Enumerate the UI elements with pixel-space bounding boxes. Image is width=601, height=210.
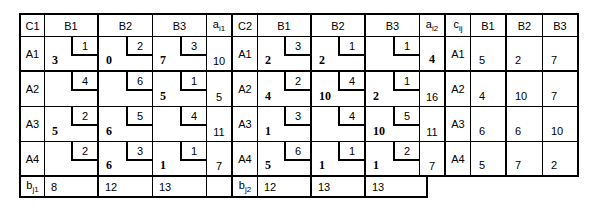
supply-header-ai2: ai2 [420, 15, 446, 37]
cost-value: 5 [137, 110, 143, 122]
demand-value-b3: 13 [153, 177, 207, 198]
demand-value-b2: 12 [99, 177, 153, 198]
cost-value: 2 [82, 110, 88, 122]
cell-c1-a3-b2: 56 [99, 107, 153, 142]
table-c2: C2 B1 B2 B3 ai2 A1 32 12 1 4 A2 24 410 1… [233, 13, 446, 198]
supply-value: 7 [420, 160, 444, 172]
cost-box: 5 [126, 107, 152, 126]
cost-value: 10 [551, 125, 563, 137]
row-a3: A3 25 56 4 11 [21, 107, 233, 142]
col-header-b3: B3 [153, 15, 207, 37]
col-label: B1 [481, 20, 494, 32]
cost-value: 3 [191, 40, 197, 52]
cost-cell-a1-b3: 7 [543, 37, 579, 72]
cost-value: 6 [515, 125, 521, 137]
cost-cell-a3-b1: 6 [471, 107, 507, 142]
cost-value: 7 [551, 90, 557, 102]
cost-value: 4 [479, 90, 485, 102]
cost-value: 4 [191, 110, 197, 122]
cost-box: 3 [180, 37, 206, 56]
supply-header-label: ai2 [426, 18, 438, 33]
corner-label: C2 [238, 20, 252, 32]
corner-header-c2: C2 [233, 15, 258, 37]
row-label-a2: A2 [21, 72, 45, 107]
cell-c2-a2-b3: 12 [366, 72, 420, 107]
demand-value-b2: 13 [312, 177, 366, 198]
cost-box: 1 [180, 142, 206, 161]
row-a2: A2 4 6 15 5 [21, 72, 233, 107]
allocation-value: 7 [160, 53, 166, 68]
cost-box: 6 [284, 142, 310, 161]
allocation-value: 2 [265, 53, 271, 68]
cost-value: 1 [349, 145, 355, 157]
row-label-a4: A4 [446, 142, 471, 177]
allocation-value: 0 [106, 53, 112, 68]
header-row: C2 B1 B2 B3 ai2 [233, 15, 446, 37]
col-header-b1: B1 [258, 15, 312, 37]
cost-value: 1 [191, 75, 197, 87]
cost-value: 1 [349, 40, 355, 52]
demand-value-b1: 12 [258, 177, 312, 198]
cell-c2-a1-b1: 32 [258, 37, 312, 72]
col-label: B3 [553, 20, 566, 32]
cell-c1-a2-b3: 15 [153, 72, 207, 107]
row-label-a1: A1 [233, 37, 258, 72]
row-label-a4: A4 [233, 142, 258, 177]
cost-value: 2 [137, 40, 143, 52]
cost-cell-a4-b3: 2 [543, 142, 579, 177]
cell-c2-a1-b3: 1 [366, 37, 420, 72]
cost-value: 2 [404, 145, 410, 157]
col-header-b1: B1 [471, 15, 507, 37]
supply-header-ai1: ai1 [207, 15, 233, 37]
cost-value: 2 [82, 145, 88, 157]
row-label-a2: A2 [446, 72, 471, 107]
cell-c1-a3-b1: 25 [45, 107, 99, 142]
supply-cell-a4: 7 [207, 142, 233, 177]
cost-cell-a3-b3: 10 [543, 107, 579, 142]
cost-box: 5 [393, 107, 419, 126]
supply-cell-a1: 10 [207, 37, 233, 72]
cost-value: 2 [515, 54, 521, 66]
cell-c1-a4-b1: 2 [45, 142, 99, 177]
supply-value: 5 [207, 91, 231, 103]
demand-value-b1: 8 [45, 177, 99, 198]
allocation-value: 3 [52, 53, 58, 68]
cost-value: 1 [404, 75, 410, 87]
cell-c2-a2-b2: 410 [312, 72, 366, 107]
cell-c2-a4-b2: 11 [312, 142, 366, 177]
supply-value: 7 [207, 160, 231, 172]
col-header-b3: B3 [543, 15, 579, 37]
row-a1: A1 13 20 37 10 [21, 37, 233, 72]
col-header-b2: B2 [507, 15, 543, 37]
allocation-value: 5 [265, 158, 271, 173]
row-label-a3: A3 [446, 107, 471, 142]
allocation-value: 1 [265, 124, 271, 139]
cost-box: 1 [338, 37, 364, 56]
supply-cell-a4: 7 [420, 142, 446, 177]
row-a1: A1 32 12 1 4 [233, 37, 446, 72]
row-label-a1: A1 [21, 37, 45, 72]
cost-value: 1 [82, 40, 88, 52]
row-label-a3: A3 [21, 107, 45, 142]
header-row: C1 B1 B2 B3 ai1 [21, 15, 233, 37]
row-a2: A2 24 410 12 16 [233, 72, 446, 107]
cell-c2-a3-b3: 510 [366, 107, 420, 142]
cost-box: 1 [338, 142, 364, 161]
cost-value: 4 [349, 110, 355, 122]
cost-value: 1 [404, 40, 410, 52]
demand-header-label: bj1 [26, 179, 38, 194]
col-label: B1 [277, 20, 290, 32]
cost-box: 2 [284, 72, 310, 91]
cell-c2-a3-b2: 4 [312, 107, 366, 142]
allocation-value: 1 [373, 158, 379, 173]
transportation-tableau: C1 B1 B2 B3 ai1 A1 13 20 37 10 A2 4 6 15… [19, 13, 601, 198]
supply-cell-a3: 11 [207, 107, 233, 142]
table-cij: cij B1 B2 B3 A1 5 2 7 A2 4 10 7 A3 6 6 1… [446, 13, 579, 177]
cost-value: 6 [479, 125, 485, 137]
table-c1: C1 B1 B2 B3 ai1 A1 13 20 37 10 A2 4 6 15… [19, 13, 233, 198]
demand-value-b3: 13 [366, 177, 428, 198]
demand-header-bj1: bj1 [21, 177, 45, 198]
cost-box: 3 [284, 107, 310, 126]
demand-row-bj2: bj2 12 13 13 [233, 177, 446, 198]
cost-value: 4 [349, 75, 355, 87]
allocation-value: 2 [319, 53, 325, 68]
corner-header-c1: C1 [21, 15, 45, 37]
supply-cell-a1: 4 [420, 37, 446, 72]
col-label: B3 [173, 20, 186, 32]
col-header-b2: B2 [312, 15, 366, 37]
cost-box: 4 [71, 72, 97, 91]
col-label: B2 [119, 20, 132, 32]
allocation-value: 5 [160, 89, 166, 104]
allocation-value: 4 [265, 89, 271, 104]
header-row: cij B1 B2 B3 [446, 15, 579, 37]
col-label: B2 [518, 20, 531, 32]
cost-box: 2 [71, 142, 97, 161]
allocation-value: 10 [319, 89, 331, 104]
row-a3: A3 31 4 510 11 [233, 107, 446, 142]
corner-label: cij [453, 18, 462, 33]
allocation-value: 1 [319, 158, 325, 173]
cost-cell-a2-b2: 10 [507, 72, 543, 107]
cost-value: 2 [551, 159, 557, 171]
cell-c1-a2-b1: 4 [45, 72, 99, 107]
cost-value: 5 [479, 159, 485, 171]
row-a2: A2 4 10 7 [446, 72, 579, 107]
demand-row-bj1: bj1 8 12 13 [21, 177, 233, 198]
supply-value: 11 [420, 126, 444, 138]
cost-cell-a1-b2: 2 [507, 37, 543, 72]
supply-header-label: ai1 [213, 18, 225, 33]
supply-cell-a3: 11 [420, 107, 446, 142]
cell-c2-a3-b1: 31 [258, 107, 312, 142]
cell-c1-a3-b3: 4 [153, 107, 207, 142]
cell-c1-a1-b1: 13 [45, 37, 99, 72]
cost-box: 4 [180, 107, 206, 126]
cost-cell-a4-b1: 5 [471, 142, 507, 177]
col-header-b2: B2 [99, 15, 153, 37]
cell-c2-a2-b1: 24 [258, 72, 312, 107]
cost-box: 3 [126, 142, 152, 161]
cost-box: 2 [126, 37, 152, 56]
cost-value: 5 [479, 54, 485, 66]
cost-value: 3 [137, 145, 143, 157]
cost-box: 4 [338, 107, 364, 126]
allocation-value: 6 [106, 158, 112, 173]
row-a4: A4 2 36 11 7 [21, 142, 233, 177]
demand-header-label: bj2 [239, 179, 251, 194]
cost-value: 2 [295, 75, 301, 87]
col-header-b3: B3 [366, 15, 420, 37]
cost-box: 2 [71, 107, 97, 126]
row-a4: A4 5 7 2 [446, 142, 579, 177]
cost-value: 6 [137, 75, 143, 87]
cell-c1-a1-b3: 37 [153, 37, 207, 72]
cost-box: 1 [393, 37, 419, 56]
row-label-a2: A2 [233, 72, 258, 107]
col-label: B1 [64, 20, 77, 32]
row-a4: A4 65 11 21 7 [233, 142, 446, 177]
cost-box: 4 [338, 72, 364, 91]
cost-cell-a1-b1: 5 [471, 37, 507, 72]
supply-value: 10 [207, 55, 231, 67]
row-label-a4: A4 [21, 142, 45, 177]
cost-box: 1 [71, 37, 97, 56]
cost-box: 1 [393, 72, 419, 91]
allocation-value: 1 [160, 158, 166, 173]
empty-cell [207, 177, 233, 198]
cost-box: 1 [180, 72, 206, 91]
corner-label: C1 [25, 20, 39, 32]
col-label: B2 [331, 20, 344, 32]
supply-cell-a2: 16 [420, 72, 446, 107]
corner-header-cij: cij [446, 15, 471, 37]
allocation-value: 6 [106, 124, 112, 139]
col-header-b1: B1 [45, 15, 99, 37]
row-label-a3: A3 [233, 107, 258, 142]
cost-cell-a3-b2: 6 [507, 107, 543, 142]
cell-c1-a4-b2: 36 [99, 142, 153, 177]
cost-cell-a2-b1: 4 [471, 72, 507, 107]
col-label: B3 [386, 20, 399, 32]
cost-value: 4 [82, 75, 88, 87]
allocation-value: 2 [373, 89, 379, 104]
cost-value: 1 [191, 145, 197, 157]
cost-cell-a2-b3: 7 [543, 72, 579, 107]
cell-c2-a4-b3: 21 [366, 142, 420, 177]
demand-header-bj2: bj2 [233, 177, 258, 198]
cost-value: 7 [515, 159, 521, 171]
cost-box: 3 [284, 37, 310, 56]
cost-value: 7 [551, 54, 557, 66]
supply-value: 16 [420, 91, 444, 103]
cost-value: 6 [295, 145, 301, 157]
cell-c1-a2-b2: 6 [99, 72, 153, 107]
supply-value: 11 [207, 126, 231, 138]
cell-c1-a1-b2: 20 [99, 37, 153, 72]
cost-value: 3 [295, 110, 301, 122]
cost-value: 3 [295, 40, 301, 52]
row-a1: A1 5 2 7 [446, 37, 579, 72]
row-label-a1: A1 [446, 37, 471, 72]
cost-cell-a4-b2: 7 [507, 142, 543, 177]
cost-box: 2 [393, 142, 419, 161]
allocation-value: 5 [52, 124, 58, 139]
cell-c2-a4-b1: 65 [258, 142, 312, 177]
cost-box: 6 [126, 72, 152, 91]
supply-value: 4 [420, 52, 444, 67]
allocation-value: 10 [373, 124, 385, 139]
cell-c1-a4-b3: 11 [153, 142, 207, 177]
supply-cell-a2: 5 [207, 72, 233, 107]
cell-c2-a1-b2: 12 [312, 37, 366, 72]
row-a3: A3 6 6 10 [446, 107, 579, 142]
cost-value: 10 [515, 90, 527, 102]
cost-value: 5 [404, 110, 410, 122]
